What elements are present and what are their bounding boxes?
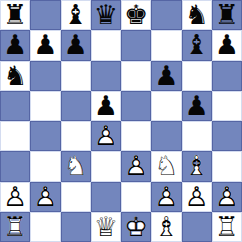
piece-outline-glyph: ♙ — [182, 182, 212, 212]
square-d4[interactable]: ♟♙ — [91, 121, 121, 151]
square-d3[interactable] — [91, 151, 121, 181]
black-queen[interactable]: ♛ — [91, 0, 121, 30]
square-g4[interactable] — [182, 121, 212, 151]
square-g8[interactable]: ♞ — [182, 0, 212, 30]
piece-glyph: ♟ — [30, 30, 60, 60]
square-e5[interactable] — [121, 91, 151, 121]
square-g6[interactable] — [182, 61, 212, 91]
piece-glyph: ♜ — [212, 0, 242, 30]
piece-outline-glyph: ♖ — [212, 212, 242, 242]
square-h3[interactable] — [212, 151, 242, 181]
white-pawn[interactable]: ♟♙ — [182, 182, 212, 212]
piece-glyph: ♞ — [182, 0, 212, 30]
square-h8[interactable]: ♜ — [212, 0, 242, 30]
square-d5[interactable]: ♟ — [91, 91, 121, 121]
piece-outline-glyph: ♔ — [121, 212, 151, 242]
white-pawn[interactable]: ♟♙ — [151, 182, 181, 212]
piece-outline-glyph: ♘ — [151, 151, 181, 181]
square-h1[interactable]: ♜♖ — [212, 212, 242, 242]
piece-outline-glyph: ♙ — [0, 182, 30, 212]
square-g3[interactable]: ♝♗ — [182, 151, 212, 181]
piece-outline-glyph: ♙ — [30, 182, 60, 212]
white-knight[interactable]: ♞♘ — [61, 151, 91, 181]
black-pawn[interactable]: ♟ — [182, 91, 212, 121]
white-rook[interactable]: ♜♖ — [0, 212, 30, 242]
square-h5[interactable] — [212, 91, 242, 121]
square-c3[interactable]: ♞♘ — [61, 151, 91, 181]
square-f8[interactable] — [151, 0, 181, 30]
piece-glyph: ♟ — [182, 91, 212, 121]
square-b2[interactable]: ♟♙ — [30, 182, 60, 212]
black-knight[interactable]: ♞ — [182, 0, 212, 30]
white-bishop[interactable]: ♝♗ — [151, 212, 181, 242]
square-a8[interactable]: ♜ — [0, 0, 30, 30]
white-king[interactable]: ♚♔ — [121, 212, 151, 242]
square-a2[interactable]: ♟♙ — [0, 182, 30, 212]
square-b6[interactable] — [30, 61, 60, 91]
piece-glyph: ♛ — [91, 0, 121, 30]
square-e7[interactable] — [121, 30, 151, 60]
square-c2[interactable] — [61, 182, 91, 212]
piece-glyph: ♜ — [0, 0, 30, 30]
square-h7[interactable]: ♟ — [212, 30, 242, 60]
square-b7[interactable]: ♟ — [30, 30, 60, 60]
black-pawn[interactable]: ♟ — [212, 30, 242, 60]
black-pawn[interactable]: ♟ — [30, 30, 60, 60]
white-pawn[interactable]: ♟♙ — [0, 182, 30, 212]
square-f5[interactable] — [151, 91, 181, 121]
square-a3[interactable] — [0, 151, 30, 181]
white-pawn[interactable]: ♟♙ — [121, 151, 151, 181]
square-e6[interactable] — [121, 61, 151, 91]
piece-glyph: ♟ — [91, 91, 121, 121]
white-bishop[interactable]: ♝♗ — [182, 151, 212, 181]
square-c7[interactable]: ♟ — [61, 30, 91, 60]
square-f1[interactable]: ♝♗ — [151, 212, 181, 242]
black-pawn[interactable]: ♟ — [0, 30, 30, 60]
square-f6[interactable]: ♟ — [151, 61, 181, 91]
square-g2[interactable]: ♟♙ — [182, 182, 212, 212]
piece-glyph: ♟ — [212, 30, 242, 60]
white-pawn[interactable]: ♟♙ — [30, 182, 60, 212]
square-c4[interactable] — [61, 121, 91, 151]
black-pawn[interactable]: ♟ — [61, 30, 91, 60]
square-e2[interactable] — [121, 182, 151, 212]
piece-glyph: ♚ — [121, 0, 151, 30]
square-d7[interactable] — [91, 30, 121, 60]
square-f2[interactable]: ♟♙ — [151, 182, 181, 212]
square-a7[interactable]: ♟ — [0, 30, 30, 60]
piece-glyph: ♞ — [0, 61, 30, 91]
chess-board: ♜♝♛♚♞♜♟♟♟♝♟♞♟♟♟♟♙♞♘♟♙♞♘♝♗♟♙♟♙♟♙♟♙♟♙♜♖♛♕♚… — [0, 0, 242, 242]
square-a6[interactable]: ♞ — [0, 61, 30, 91]
black-bishop[interactable]: ♝ — [61, 0, 91, 30]
square-e1[interactable]: ♚♔ — [121, 212, 151, 242]
square-c6[interactable] — [61, 61, 91, 91]
square-g7[interactable]: ♝ — [182, 30, 212, 60]
piece-outline-glyph: ♗ — [151, 212, 181, 242]
square-c8[interactable]: ♝ — [61, 0, 91, 30]
square-b4[interactable] — [30, 121, 60, 151]
square-b1[interactable] — [30, 212, 60, 242]
black-rook[interactable]: ♜ — [212, 0, 242, 30]
piece-outline-glyph: ♙ — [91, 121, 121, 151]
square-h6[interactable] — [212, 61, 242, 91]
piece-glyph: ♟ — [61, 30, 91, 60]
square-e8[interactable]: ♚ — [121, 0, 151, 30]
black-knight[interactable]: ♞ — [0, 61, 30, 91]
black-pawn[interactable]: ♟ — [151, 61, 181, 91]
white-knight[interactable]: ♞♘ — [151, 151, 181, 181]
square-f3[interactable]: ♞♘ — [151, 151, 181, 181]
square-d8[interactable]: ♛ — [91, 0, 121, 30]
square-c1[interactable] — [61, 212, 91, 242]
piece-outline-glyph: ♗ — [182, 151, 212, 181]
piece-outline-glyph: ♕ — [91, 212, 121, 242]
square-g5[interactable]: ♟ — [182, 91, 212, 121]
square-b3[interactable] — [30, 151, 60, 181]
black-pawn[interactable]: ♟ — [91, 91, 121, 121]
square-a5[interactable] — [0, 91, 30, 121]
square-a1[interactable]: ♜♖ — [0, 212, 30, 242]
square-b8[interactable] — [30, 0, 60, 30]
square-g1[interactable] — [182, 212, 212, 242]
square-d6[interactable] — [91, 61, 121, 91]
black-rook[interactable]: ♜ — [0, 0, 30, 30]
square-d1[interactable]: ♛♕ — [91, 212, 121, 242]
white-pawn[interactable]: ♟♙ — [212, 182, 242, 212]
square-h2[interactable]: ♟♙ — [212, 182, 242, 212]
black-bishop[interactable]: ♝ — [182, 30, 212, 60]
square-d2[interactable] — [91, 182, 121, 212]
piece-outline-glyph: ♘ — [61, 151, 91, 181]
black-king[interactable]: ♚ — [121, 0, 151, 30]
piece-glyph: ♟ — [0, 30, 30, 60]
piece-glyph: ♝ — [61, 0, 91, 30]
square-e3[interactable]: ♟♙ — [121, 151, 151, 181]
piece-outline-glyph: ♖ — [0, 212, 30, 242]
piece-glyph: ♝ — [182, 30, 212, 60]
square-b5[interactable] — [30, 91, 60, 121]
piece-outline-glyph: ♙ — [121, 151, 151, 181]
square-a4[interactable] — [0, 121, 30, 151]
piece-glyph: ♟ — [151, 61, 181, 91]
piece-outline-glyph: ♙ — [212, 182, 242, 212]
square-e4[interactable] — [121, 121, 151, 151]
piece-outline-glyph: ♙ — [151, 182, 181, 212]
white-pawn[interactable]: ♟♙ — [91, 121, 121, 151]
square-f7[interactable] — [151, 30, 181, 60]
white-rook[interactable]: ♜♖ — [212, 212, 242, 242]
white-queen[interactable]: ♛♕ — [91, 212, 121, 242]
square-h4[interactable] — [212, 121, 242, 151]
square-c5[interactable] — [61, 91, 91, 121]
square-f4[interactable] — [151, 121, 181, 151]
